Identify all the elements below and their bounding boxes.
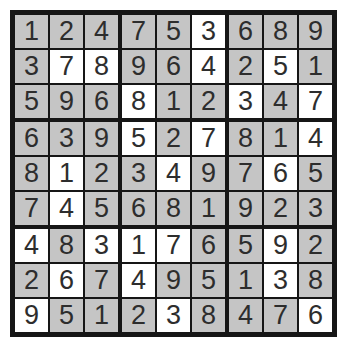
cell-r9c4[interactable]: 2 — [122, 299, 155, 332]
cell-r6c8[interactable]: 2 — [264, 192, 297, 225]
cell-r2c9[interactable]: 1 — [299, 50, 332, 83]
cell-r7c7[interactable]: 5 — [229, 229, 262, 262]
cell-r9c2[interactable]: 5 — [50, 299, 83, 332]
cell-r6c9[interactable]: 3 — [299, 192, 332, 225]
cell-r5c6[interactable]: 9 — [192, 157, 225, 190]
cell-r5c8[interactable]: 6 — [264, 157, 297, 190]
cell-r4c9[interactable]: 4 — [299, 122, 332, 155]
cell-r5c5[interactable]: 4 — [157, 157, 190, 190]
cell-r2c6[interactable]: 4 — [192, 50, 225, 83]
cell-r1c9[interactable]: 9 — [299, 15, 332, 48]
cell-r3c9[interactable]: 7 — [299, 85, 332, 118]
cell-r5c2[interactable]: 1 — [50, 157, 83, 190]
cell-r7c4[interactable]: 1 — [122, 229, 155, 262]
cell-r5c3[interactable]: 2 — [85, 157, 118, 190]
cell-r8c9[interactable]: 8 — [299, 264, 332, 297]
cell-r5c7[interactable]: 7 — [229, 157, 262, 190]
cell-r7c8[interactable]: 9 — [264, 229, 297, 262]
cell-r8c8[interactable]: 3 — [264, 264, 297, 297]
box-r1c2: 753964812 — [122, 15, 225, 118]
cell-r3c7[interactable]: 3 — [229, 85, 262, 118]
cell-r3c1[interactable]: 5 — [15, 85, 48, 118]
cell-r9c1[interactable]: 9 — [15, 299, 48, 332]
box-r2c3: 814765923 — [229, 122, 332, 225]
cell-r3c6[interactable]: 2 — [192, 85, 225, 118]
cell-r1c5[interactable]: 5 — [157, 15, 190, 48]
cell-r8c6[interactable]: 5 — [192, 264, 225, 297]
page: 1243785967539648126892513476398127455273… — [0, 0, 343, 345]
cell-r6c6[interactable]: 1 — [192, 192, 225, 225]
cell-r9c7[interactable]: 4 — [229, 299, 262, 332]
cell-r3c2[interactable]: 9 — [50, 85, 83, 118]
cell-r3c8[interactable]: 4 — [264, 85, 297, 118]
box-r3c2: 176495238 — [122, 229, 225, 332]
cell-r1c4[interactable]: 7 — [122, 15, 155, 48]
cell-r2c7[interactable]: 2 — [229, 50, 262, 83]
cell-r8c7[interactable]: 1 — [229, 264, 262, 297]
cell-r7c9[interactable]: 2 — [299, 229, 332, 262]
box-r3c3: 592138476 — [229, 229, 332, 332]
box-r2c2: 527349681 — [122, 122, 225, 225]
cell-r8c4[interactable]: 4 — [122, 264, 155, 297]
cell-r1c2[interactable]: 2 — [50, 15, 83, 48]
cell-r6c4[interactable]: 6 — [122, 192, 155, 225]
cell-r7c1[interactable]: 4 — [15, 229, 48, 262]
cell-r7c6[interactable]: 6 — [192, 229, 225, 262]
cell-r4c3[interactable]: 9 — [85, 122, 118, 155]
cell-r2c8[interactable]: 5 — [264, 50, 297, 83]
cell-r8c1[interactable]: 2 — [15, 264, 48, 297]
box-r3c1: 483267951 — [15, 229, 118, 332]
cell-r1c1[interactable]: 1 — [15, 15, 48, 48]
cell-r7c3[interactable]: 3 — [85, 229, 118, 262]
cell-r2c4[interactable]: 9 — [122, 50, 155, 83]
cell-r1c3[interactable]: 4 — [85, 15, 118, 48]
cell-r1c7[interactable]: 6 — [229, 15, 262, 48]
cell-r9c8[interactable]: 7 — [264, 299, 297, 332]
sudoku-board: 1243785967539648126892513476398127455273… — [10, 10, 337, 337]
cell-r4c8[interactable]: 1 — [264, 122, 297, 155]
cell-r7c2[interactable]: 8 — [50, 229, 83, 262]
cell-r7c5[interactable]: 7 — [157, 229, 190, 262]
box-r1c1: 124378596 — [15, 15, 118, 118]
cell-r2c3[interactable]: 8 — [85, 50, 118, 83]
cell-r9c5[interactable]: 3 — [157, 299, 190, 332]
box-r1c3: 689251347 — [229, 15, 332, 118]
cell-r9c3[interactable]: 1 — [85, 299, 118, 332]
cell-r3c3[interactable]: 6 — [85, 85, 118, 118]
cell-r6c2[interactable]: 4 — [50, 192, 83, 225]
cell-r9c6[interactable]: 8 — [192, 299, 225, 332]
cell-r4c4[interactable]: 5 — [122, 122, 155, 155]
cell-r5c9[interactable]: 5 — [299, 157, 332, 190]
cell-r4c5[interactable]: 2 — [157, 122, 190, 155]
cell-r4c6[interactable]: 7 — [192, 122, 225, 155]
cell-r1c8[interactable]: 8 — [264, 15, 297, 48]
box-r2c1: 639812745 — [15, 122, 118, 225]
cell-r3c4[interactable]: 8 — [122, 85, 155, 118]
cell-r2c2[interactable]: 7 — [50, 50, 83, 83]
cell-r6c7[interactable]: 9 — [229, 192, 262, 225]
cell-r6c5[interactable]: 8 — [157, 192, 190, 225]
cell-r8c5[interactable]: 9 — [157, 264, 190, 297]
cell-r4c2[interactable]: 3 — [50, 122, 83, 155]
cell-r9c9[interactable]: 6 — [299, 299, 332, 332]
cell-r2c5[interactable]: 6 — [157, 50, 190, 83]
cell-r3c5[interactable]: 1 — [157, 85, 190, 118]
cell-r8c3[interactable]: 7 — [85, 264, 118, 297]
cell-r4c1[interactable]: 6 — [15, 122, 48, 155]
cell-r5c1[interactable]: 8 — [15, 157, 48, 190]
cell-r6c1[interactable]: 7 — [15, 192, 48, 225]
cell-r6c3[interactable]: 5 — [85, 192, 118, 225]
cell-r5c4[interactable]: 3 — [122, 157, 155, 190]
cell-r1c6[interactable]: 3 — [192, 15, 225, 48]
cell-r8c2[interactable]: 6 — [50, 264, 83, 297]
cell-r4c7[interactable]: 8 — [229, 122, 262, 155]
cell-r2c1[interactable]: 3 — [15, 50, 48, 83]
